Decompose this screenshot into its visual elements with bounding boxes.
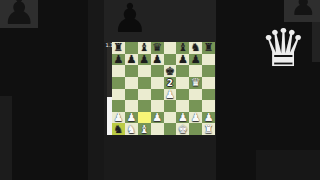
- square-f5[interactable]: [176, 77, 189, 89]
- square-e1[interactable]: [164, 123, 177, 135]
- square-g7[interactable]: ♟: [189, 54, 202, 66]
- piece-white-pawn-b2[interactable]: ♟: [125, 112, 138, 124]
- piece-black-pawn-g7[interactable]: ♟: [189, 54, 202, 66]
- square-c4[interactable]: [138, 89, 151, 101]
- square-e5[interactable]: 2: [164, 77, 177, 89]
- square-h4[interactable]: [202, 89, 215, 101]
- square-b7[interactable]: ♟: [125, 54, 138, 66]
- piece-black-pawn-c7[interactable]: ♟: [138, 54, 151, 66]
- square-d4[interactable]: [151, 89, 164, 101]
- square-g5[interactable]: ♛: [189, 77, 202, 89]
- square-e7[interactable]: [164, 54, 177, 66]
- square-c3[interactable]: [138, 100, 151, 112]
- background-square-block: [0, 96, 12, 180]
- square-h2[interactable]: ♟: [202, 112, 215, 124]
- piece-white-pawn-h2[interactable]: ♟: [202, 112, 215, 124]
- piece-white-bishop-c1[interactable]: ♝: [138, 123, 151, 135]
- square-g2[interactable]: ♟: [189, 112, 202, 124]
- square-g1[interactable]: [189, 123, 202, 135]
- piece-black-king-e6[interactable]: ♚: [164, 65, 177, 77]
- piece-white-king-f1[interactable]: ♚: [176, 123, 189, 135]
- square-d8[interactable]: ♛: [151, 42, 164, 54]
- background-square-block: [256, 150, 320, 180]
- square-h8[interactable]: ♜: [202, 42, 215, 54]
- square-e2[interactable]: [164, 112, 177, 124]
- square-f1[interactable]: ♚: [176, 123, 189, 135]
- square-c2[interactable]: [138, 112, 151, 124]
- piece-black-rook-h8[interactable]: ♜: [202, 42, 215, 54]
- piece-black-knight-a1[interactable]: ♞: [112, 123, 125, 135]
- background-black-pawn-icon: ♟: [112, 0, 148, 38]
- square-h1[interactable]: ♜: [202, 123, 215, 135]
- square-a3[interactable]: [112, 100, 125, 112]
- square-a8[interactable]: ♜: [112, 42, 125, 54]
- square-g4[interactable]: [189, 89, 202, 101]
- square-g3[interactable]: [189, 100, 202, 112]
- piece-black-rook-a8[interactable]: ♜: [112, 42, 125, 54]
- background-white-queen-icon: ♛: [260, 22, 307, 74]
- piece-black-queen-d8[interactable]: ♛: [151, 42, 164, 54]
- square-h5[interactable]: [202, 77, 215, 89]
- square-f6[interactable]: [176, 65, 189, 77]
- square-b5[interactable]: [125, 77, 138, 89]
- background-black-pawn-icon: ♟: [2, 0, 36, 30]
- square-c1[interactable]: ♝: [138, 123, 151, 135]
- piece-white-pawn-f2[interactable]: ♟: [176, 112, 189, 124]
- piece-white-pawn-d2[interactable]: ♟: [151, 112, 164, 124]
- square-b6[interactable]: [125, 65, 138, 77]
- square-g8[interactable]: ♞: [189, 42, 202, 54]
- background-square-block: [88, 0, 104, 180]
- square-h7[interactable]: [202, 54, 215, 66]
- piece-black-pawn-d7[interactable]: ♟: [151, 54, 164, 66]
- square-d3[interactable]: [151, 100, 164, 112]
- square-b8[interactable]: [125, 42, 138, 54]
- square-a6[interactable]: [112, 65, 125, 77]
- piece-white-pawn-e4[interactable]: ♟: [164, 89, 177, 101]
- square-c8[interactable]: ♝: [138, 42, 151, 54]
- square-h3[interactable]: [202, 100, 215, 112]
- square-f3[interactable]: [176, 100, 189, 112]
- square-a5[interactable]: [112, 77, 125, 89]
- square-e6[interactable]: ♚: [164, 65, 177, 77]
- piece-white-queen-g5[interactable]: ♛: [189, 77, 202, 89]
- square-b2[interactable]: ♟: [125, 112, 138, 124]
- piece-black-bishop-c8[interactable]: ♝: [138, 42, 151, 54]
- square-e4[interactable]: ♟: [164, 89, 177, 101]
- piece-white-pawn-a2[interactable]: ♟: [112, 112, 125, 124]
- square-d1[interactable]: [151, 123, 164, 135]
- piece-black-bishop-f8[interactable]: ♝: [176, 42, 189, 54]
- square-f4[interactable]: [176, 89, 189, 101]
- background-square-block: [312, 22, 320, 62]
- strip-bottom-area: [104, 135, 216, 180]
- piece-black-pawn-a7[interactable]: ♟: [112, 54, 125, 66]
- square-b1[interactable]: ♞: [125, 123, 138, 135]
- square-a1[interactable]: ♞: [112, 123, 125, 135]
- square-b4[interactable]: [125, 89, 138, 101]
- background-left-panel: ♟: [0, 0, 104, 180]
- piece-white-knight-b1[interactable]: ♞: [125, 123, 138, 135]
- square-b3[interactable]: [125, 100, 138, 112]
- square-c5[interactable]: [138, 77, 151, 89]
- square-c7[interactable]: ♟: [138, 54, 151, 66]
- square-e8[interactable]: [164, 42, 177, 54]
- square-d6[interactable]: [151, 65, 164, 77]
- square-a7[interactable]: ♟: [112, 54, 125, 66]
- square-f2[interactable]: ♟: [176, 112, 189, 124]
- background-black-piece-icon: ♟: [290, 0, 317, 20]
- piece-black-pawn-b7[interactable]: ♟: [125, 54, 138, 66]
- square-c6[interactable]: [138, 65, 151, 77]
- square-d2[interactable]: ♟: [151, 112, 164, 124]
- piece-black-pawn-f7[interactable]: ♟: [176, 54, 189, 66]
- piece-white-rook-h1[interactable]: ♜: [202, 123, 215, 135]
- chess-board: ♜♝♛♝♞♜♟♟♟♟♟♟♚2♛♟♟♟♟♟♟♟♞♞♝♚♜: [112, 42, 215, 135]
- square-h6[interactable]: [202, 65, 215, 77]
- square-f7[interactable]: ♟: [176, 54, 189, 66]
- square-f8[interactable]: ♝: [176, 42, 189, 54]
- background-right-panel: ♟ ♛: [216, 0, 320, 180]
- piece-black-knight-g8[interactable]: ♞: [189, 42, 202, 54]
- square-a4[interactable]: [112, 89, 125, 101]
- strip-top-area: ♟: [104, 0, 216, 42]
- square-a2[interactable]: ♟: [112, 112, 125, 124]
- move-number-annotation: 2: [164, 77, 177, 89]
- square-d7[interactable]: ♟: [151, 54, 164, 66]
- square-e3[interactable]: [164, 100, 177, 112]
- piece-white-pawn-g2[interactable]: ♟: [189, 112, 202, 124]
- square-d5[interactable]: [151, 77, 164, 89]
